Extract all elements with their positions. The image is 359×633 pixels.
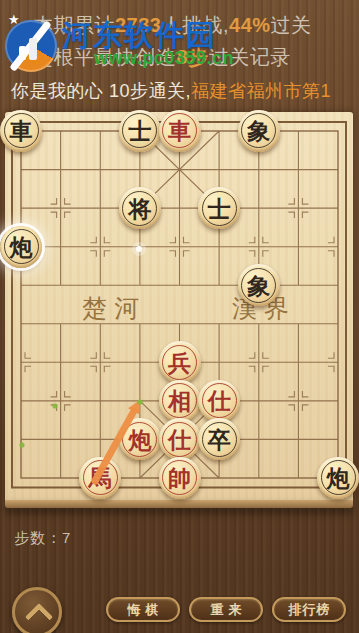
piece-black-将[interactable]: 将 xyxy=(119,187,161,229)
record-line: 赵根平最快创造8步过关记录 xyxy=(33,44,291,71)
piece-glyph: 卒 xyxy=(208,428,231,451)
piece-glyph: 仕 xyxy=(208,389,231,412)
pieces-grid: 車士車象将士炮象兵相仕炮仕卒馬帥炮 xyxy=(1,112,358,497)
leaderboard-button[interactable]: 排行榜 xyxy=(272,597,346,622)
piece-glyph: 士 xyxy=(208,197,231,220)
stats-mid: 人挑战, xyxy=(162,14,230,36)
piece-red-兵[interactable]: 兵 xyxy=(159,341,201,383)
stats-prefix: 本期累计 xyxy=(33,14,115,36)
piece-red-仕[interactable]: 仕 xyxy=(159,418,201,460)
piece-red-帥[interactable]: 帥 xyxy=(159,457,201,499)
piece-red-仕[interactable]: 仕 xyxy=(198,380,240,422)
piece-glyph: 車 xyxy=(10,119,33,142)
steps-label: 步数： xyxy=(14,529,62,546)
piece-glyph: 将 xyxy=(128,197,151,220)
piece-red-馬[interactable]: 馬 xyxy=(79,457,121,499)
piece-glyph: 士 xyxy=(128,119,151,142)
piece-glyph: 兵 xyxy=(168,351,191,374)
piece-black-炮[interactable]: 炮 xyxy=(0,226,42,268)
piece-black-士[interactable]: 士 xyxy=(198,187,240,229)
player-pass-text: 你是我的心 10步通关, xyxy=(11,81,191,101)
piece-glyph: 炮 xyxy=(10,235,33,258)
piece-glyph: 炮 xyxy=(128,428,151,451)
xiangqi-board[interactable]: 楚河 漢界 車士車象将士炮象兵相仕炮仕卒馬帥炮 xyxy=(5,112,353,500)
record-prefix: 赵根平最快创造 xyxy=(33,46,177,68)
expand-panel-button[interactable] xyxy=(12,587,62,633)
stats-suffix: 过关 xyxy=(271,14,312,36)
chevron-up-icon xyxy=(25,603,53,631)
piece-black-象[interactable]: 象 xyxy=(238,264,280,306)
piece-glyph: 馬 xyxy=(89,466,112,489)
piece-glyph: 車 xyxy=(168,119,191,142)
steps-value: 7 xyxy=(62,529,71,546)
piece-black-車[interactable]: 車 xyxy=(0,110,42,152)
player-rank-line: 你是我的心 10步通关,福建省福州市第1 xyxy=(11,79,331,103)
piece-red-車[interactable]: 車 xyxy=(159,110,201,152)
steps-counter: 步数：7 xyxy=(14,529,71,548)
piece-red-相[interactable]: 相 xyxy=(159,380,201,422)
piece-glyph: 炮 xyxy=(327,466,350,489)
restart-button[interactable]: 重来 xyxy=(189,597,263,622)
piece-glyph: 象 xyxy=(247,119,270,142)
pass-percent: 44% xyxy=(229,14,271,36)
piece-glyph: 仕 xyxy=(168,428,191,451)
record-steps: 8步 xyxy=(177,46,209,68)
record-suffix: 过关记录 xyxy=(209,46,291,68)
undo-button[interactable]: 悔棋 xyxy=(106,597,180,622)
piece-red-炮[interactable]: 炮 xyxy=(119,418,161,460)
piece-glyph: 象 xyxy=(247,274,270,297)
piece-black-卒[interactable]: 卒 xyxy=(198,418,240,460)
piece-black-士[interactable]: 士 xyxy=(119,110,161,152)
challenge-info-header: 本期累计2783人挑战,44%过关 赵根平最快创造8步过关记录 你是我的心 10… xyxy=(0,0,359,110)
piece-black-象[interactable]: 象 xyxy=(238,110,280,152)
challenge-stats-line: 本期累计2783人挑战,44%过关 xyxy=(33,12,312,39)
piece-glyph: 相 xyxy=(168,389,191,412)
piece-glyph: 帥 xyxy=(168,466,191,489)
region-rank-text: 福建省福州市第1 xyxy=(191,81,331,101)
challenger-count: 2783 xyxy=(115,14,162,36)
piece-black-炮[interactable]: 炮 xyxy=(317,457,359,499)
